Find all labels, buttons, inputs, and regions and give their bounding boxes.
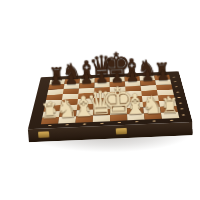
square-h1: ♜ xyxy=(161,112,179,119)
inlay-dot xyxy=(180,108,183,109)
inlay-dot xyxy=(100,123,103,124)
inlay-dot xyxy=(172,76,175,77)
inlay-dot xyxy=(135,121,138,122)
board-grid: ♜♞♝♛♚♝♞♜♟♟♟♟♟♟♟♟♟♟♟♟♟♟♟♟♜♞♝♛♚♝♞♜ xyxy=(41,75,179,124)
inlay-dot xyxy=(182,114,186,115)
perspective-scene: ♜♞♝♛♚♝♞♜♟♟♟♟♟♟♟♟♟♟♟♟♟♟♟♟♜♞♝♛♚♝♞♜ xyxy=(0,0,200,200)
brass-clasp xyxy=(38,131,49,138)
board-frame: ♜♞♝♛♚♝♞♜♟♟♟♟♟♟♟♟♟♟♟♟♟♟♟♟♜♞♝♛♚♝♞♜ xyxy=(28,71,193,129)
inlay-dot xyxy=(47,125,50,126)
inlay-dot xyxy=(175,86,178,87)
inlay-dot xyxy=(174,81,177,82)
piece-white-rook: ♜ xyxy=(160,96,179,117)
inlay-dot xyxy=(65,124,68,125)
piece-black-pawn: ♟ xyxy=(64,73,78,88)
inlay-dot xyxy=(179,102,182,103)
piece-black-pawn: ♟ xyxy=(49,73,63,88)
inlay-dot xyxy=(169,120,173,121)
square-g1: ♞ xyxy=(144,113,162,120)
inlay-dot xyxy=(152,120,155,121)
inlay-dot xyxy=(176,91,179,92)
folded-chess-box: ♜♞♝♛♚♝♞♜♟♟♟♟♟♟♟♟♟♟♟♟♟♟♟♟♜♞♝♛♚♝♞♜ xyxy=(28,71,193,129)
piece-black-pawn: ♟ xyxy=(141,69,155,84)
brass-clasp xyxy=(115,128,126,135)
inlay-dot xyxy=(82,123,85,124)
product-photo-background: ♜♞♝♛♚♝♞♜♟♟♟♟♟♟♟♟♟♟♟♟♟♟♟♟♜♞♝♛♚♝♞♜ xyxy=(0,0,200,200)
piece-black-pawn: ♟ xyxy=(156,69,170,84)
inlay-dot xyxy=(117,122,120,123)
chess-set: ♜♞♝♛♚♝♞♜♟♟♟♟♟♟♟♟♟♟♟♟♟♟♟♟♜♞♝♛♚♝♞♜ xyxy=(0,0,200,200)
